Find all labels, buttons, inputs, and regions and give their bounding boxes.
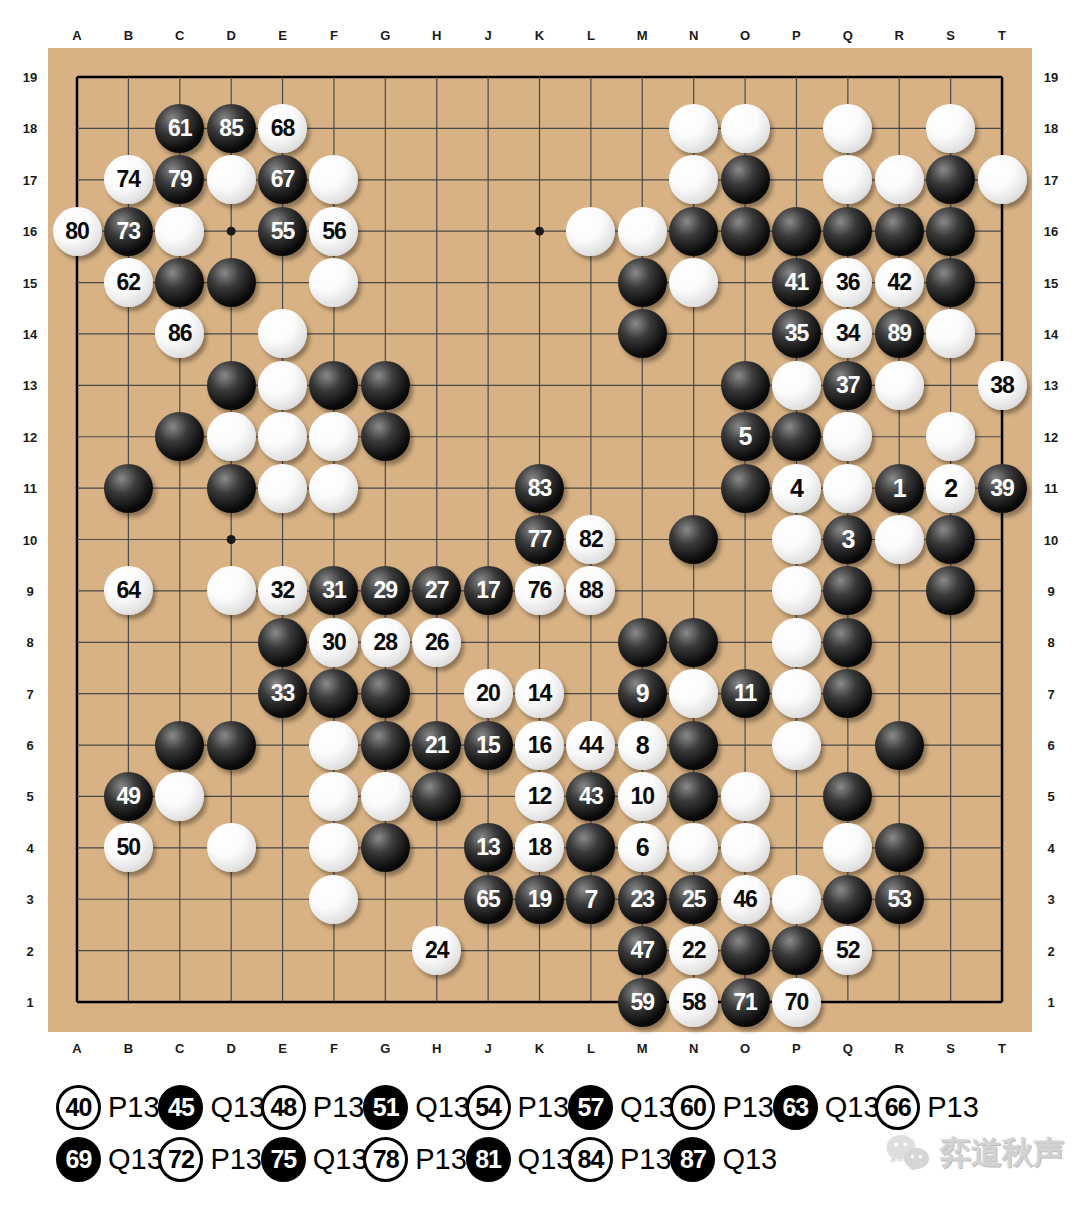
stone-G6-black (361, 721, 410, 770)
col-label-top-S: S (946, 28, 955, 43)
stone-Q8-black (823, 618, 872, 667)
stone-D12-white (207, 412, 256, 461)
col-label-bottom-E: E (278, 1041, 287, 1056)
move-number: 58 (682, 991, 706, 1014)
stone-T13-white-38: 38 (978, 361, 1027, 410)
col-label-bottom-H: H (432, 1041, 441, 1056)
row-label-right-7: 7 (1047, 686, 1054, 701)
move-number: 31 (322, 579, 346, 602)
stone-J6-black-15: 15 (464, 721, 513, 770)
row-label-right-14: 14 (1044, 326, 1058, 341)
stone-P2-black (772, 926, 821, 975)
stone-P10-white (772, 515, 821, 564)
stone-O12-black-5: 5 (721, 412, 770, 461)
col-label-bottom-R: R (895, 1041, 904, 1056)
caption-at-60: P13 (722, 1091, 774, 1124)
move-number: 13 (476, 836, 500, 859)
stone-M14-black (618, 309, 667, 358)
row-label-right-10: 10 (1044, 532, 1058, 547)
stone-F13-black (309, 361, 358, 410)
stone-O5-white (721, 772, 770, 821)
stone-D15-black (207, 258, 256, 307)
stone-N16-black (669, 207, 718, 256)
move-number: 33 (271, 682, 295, 705)
stone-N18-white (669, 104, 718, 153)
stone-A16-white-80: 80 (53, 207, 102, 256)
caption-stone-45-black: 45 (158, 1085, 203, 1130)
stone-O17-black (721, 155, 770, 204)
move-number: 83 (528, 477, 552, 500)
stone-O2-black (721, 926, 770, 975)
stone-O16-black (721, 207, 770, 256)
row-label-right-13: 13 (1044, 378, 1058, 393)
caption-stone-84-white: 84 (568, 1137, 613, 1182)
stone-B16-black-73: 73 (104, 207, 153, 256)
caption-at-84: P13 (620, 1143, 672, 1176)
stone-C18-black-61: 61 (155, 104, 204, 153)
stone-H6-black-21: 21 (412, 721, 461, 770)
caption-at-54: P13 (518, 1091, 570, 1124)
move-number: 67 (271, 168, 295, 191)
stone-N7-white (669, 669, 718, 718)
row-label-left-14: 14 (23, 326, 37, 341)
move-number: 88 (579, 579, 603, 602)
stone-M1-black-59: 59 (618, 978, 667, 1027)
stone-S18-white (926, 104, 975, 153)
stone-B4-white-50: 50 (104, 823, 153, 872)
stone-D18-black-85: 85 (207, 104, 256, 153)
row-label-right-3: 3 (1047, 892, 1054, 907)
caption-at-81: Q13 (518, 1143, 573, 1176)
col-label-top-C: C (175, 28, 184, 43)
stone-F16-white-56: 56 (309, 207, 358, 256)
caption-stone-54-white: 54 (466, 1085, 511, 1130)
stone-C6-black (155, 721, 204, 770)
move-number: 39 (990, 477, 1014, 500)
row-label-left-16: 16 (23, 224, 37, 239)
move-number: 22 (682, 939, 706, 962)
row-label-right-1: 1 (1047, 995, 1054, 1010)
row-label-right-19: 19 (1044, 70, 1058, 85)
row-label-left-7: 7 (26, 686, 33, 701)
star-point-D10 (227, 535, 236, 544)
stone-S12-white (926, 412, 975, 461)
col-label-top-H: H (432, 28, 441, 43)
row-label-left-11: 11 (23, 481, 37, 496)
caption-at-48: P13 (313, 1091, 365, 1124)
stone-E13-white (258, 361, 307, 410)
stone-K11-black-83: 83 (515, 464, 564, 513)
stone-E17-black-67: 67 (258, 155, 307, 204)
row-label-left-10: 10 (23, 532, 37, 547)
caption-stone-60-white: 60 (670, 1085, 715, 1130)
stone-N5-black (669, 772, 718, 821)
row-label-right-6: 6 (1047, 738, 1054, 753)
row-label-left-13: 13 (23, 378, 37, 393)
move-number: 30 (322, 631, 346, 654)
row-label-right-18: 18 (1044, 121, 1058, 136)
stone-E11-white (258, 464, 307, 513)
caption-entry-60: 60P13 (670, 1084, 774, 1130)
caption-entry-66: 66P13 (875, 1084, 979, 1130)
stone-P1-white-70: 70 (772, 978, 821, 1027)
stone-O18-white (721, 104, 770, 153)
stone-O4-white (721, 823, 770, 872)
caption-stone-72-white: 72 (158, 1137, 203, 1182)
caption-stone-66-white: 66 (875, 1085, 920, 1130)
stone-L16-white (566, 207, 615, 256)
col-label-bottom-K: K (535, 1041, 544, 1056)
caption-at-57: Q13 (620, 1091, 675, 1124)
stone-G4-black (361, 823, 410, 872)
stone-P16-black (772, 207, 821, 256)
col-label-bottom-L: L (587, 1041, 595, 1056)
caption-entry-81: 81Q13 (466, 1136, 573, 1182)
row-label-right-16: 16 (1044, 224, 1058, 239)
col-label-top-K: K (535, 28, 544, 43)
col-label-top-J: J (484, 28, 491, 43)
move-number: 70 (785, 991, 809, 1014)
stone-M5-white-10: 10 (618, 772, 667, 821)
col-label-top-F: F (330, 28, 338, 43)
caption-entry-51: 51Q13 (363, 1084, 470, 1130)
move-number: 2 (944, 476, 957, 501)
caption-stone-48-white: 48 (261, 1085, 306, 1130)
stone-D6-black (207, 721, 256, 770)
move-number: 50 (117, 836, 141, 859)
col-label-bottom-N: N (689, 1041, 698, 1056)
caption-entry-57: 57Q13 (568, 1084, 675, 1130)
move-number: 47 (630, 939, 654, 962)
row-label-left-3: 3 (26, 892, 33, 907)
stone-Q13-black-37: 37 (823, 361, 872, 410)
row-label-right-11: 11 (1044, 481, 1058, 496)
row-label-left-1: 1 (26, 995, 33, 1010)
stone-R3-black-53: 53 (875, 875, 924, 924)
move-number: 23 (630, 888, 654, 911)
stone-Q10-black-3: 3 (823, 515, 872, 564)
move-number: 41 (785, 271, 809, 294)
move-number: 26 (425, 631, 449, 654)
caption-entry-87: 87Q13 (670, 1136, 777, 1182)
stone-J3-black-65: 65 (464, 875, 513, 924)
move-number: 15 (476, 734, 500, 757)
stone-J9-black-17: 17 (464, 566, 513, 615)
stone-B11-black (104, 464, 153, 513)
stone-O1-black-71: 71 (721, 978, 770, 1027)
move-number: 4 (790, 476, 803, 501)
stone-M6-white-8: 8 (618, 721, 667, 770)
stone-G12-black (361, 412, 410, 461)
stone-R14-black-89: 89 (875, 309, 924, 358)
stone-H2-white-24: 24 (412, 926, 461, 975)
move-number: 34 (836, 322, 860, 345)
stone-S11-white-2: 2 (926, 464, 975, 513)
stone-G13-black (361, 361, 410, 410)
stone-R4-black (875, 823, 924, 872)
stone-G9-black-29: 29 (361, 566, 410, 615)
caption-at-75: Q13 (313, 1143, 368, 1176)
caption-at-72: P13 (210, 1143, 262, 1176)
stone-O11-black (721, 464, 770, 513)
row-label-left-2: 2 (26, 943, 33, 958)
move-number: 24 (425, 939, 449, 962)
move-number: 53 (887, 888, 911, 911)
move-number: 12 (528, 785, 552, 808)
caption-entry-40: 40P13 (56, 1084, 160, 1130)
move-number: 42 (887, 271, 911, 294)
move-number: 49 (117, 785, 141, 808)
stone-R10-white (875, 515, 924, 564)
stone-P15-black-41: 41 (772, 258, 821, 307)
stone-M3-black-23: 23 (618, 875, 667, 924)
caption-entry-75: 75Q13 (261, 1136, 368, 1182)
move-number: 61 (168, 117, 192, 140)
caption-at-40: P13 (108, 1091, 160, 1124)
stone-K7-white-14: 14 (515, 669, 564, 718)
stone-D4-white (207, 823, 256, 872)
caption-stone-40-white: 40 (56, 1085, 101, 1130)
row-label-left-15: 15 (23, 275, 37, 290)
col-label-top-N: N (689, 28, 698, 43)
move-number: 28 (374, 631, 398, 654)
move-number: 8 (636, 733, 649, 758)
caption-entry-54: 54P13 (466, 1084, 570, 1130)
move-number: 17 (476, 579, 500, 602)
stone-C5-white (155, 772, 204, 821)
col-label-bottom-M: M (637, 1041, 648, 1056)
move-number: 79 (168, 168, 192, 191)
col-label-top-A: A (72, 28, 81, 43)
col-label-bottom-S: S (946, 1041, 955, 1056)
stone-T17-white (978, 155, 1027, 204)
stone-N3-black-25: 25 (669, 875, 718, 924)
col-label-bottom-D: D (226, 1041, 235, 1056)
caption-stone-57-black: 57 (568, 1085, 613, 1130)
star-point-D16 (227, 227, 236, 236)
move-number: 77 (528, 528, 552, 551)
stone-F6-white (309, 721, 358, 770)
stone-H5-black (412, 772, 461, 821)
stone-R17-white (875, 155, 924, 204)
stone-K6-white-16: 16 (515, 721, 564, 770)
col-label-top-E: E (278, 28, 287, 43)
move-number: 29 (374, 579, 398, 602)
row-label-right-2: 2 (1047, 943, 1054, 958)
caption-entry-45: 45Q13 (158, 1084, 265, 1130)
stone-S10-black (926, 515, 975, 564)
col-label-bottom-Q: Q (843, 1041, 853, 1056)
caption-at-69: Q13 (108, 1143, 163, 1176)
stone-J7-white-20: 20 (464, 669, 513, 718)
col-label-top-P: P (792, 28, 801, 43)
stone-P8-white (772, 618, 821, 667)
row-label-left-19: 19 (23, 70, 37, 85)
watermark: 弈道秋声 (884, 1132, 1064, 1174)
row-label-left-6: 6 (26, 738, 33, 753)
caption-stone-78-white: 78 (363, 1137, 408, 1182)
row-label-left-12: 12 (23, 429, 37, 444)
col-label-bottom-T: T (998, 1041, 1006, 1056)
stone-P12-black (772, 412, 821, 461)
col-label-bottom-A: A (72, 1041, 81, 1056)
row-label-left-4: 4 (26, 840, 33, 855)
stone-R16-black (875, 207, 924, 256)
col-label-top-Q: Q (843, 28, 853, 43)
caption-at-78: P13 (415, 1143, 467, 1176)
stone-P9-white (772, 566, 821, 615)
stone-C15-black (155, 258, 204, 307)
stone-R6-black (875, 721, 924, 770)
move-number: 20 (476, 682, 500, 705)
stone-F8-white-30: 30 (309, 618, 358, 667)
row-label-right-17: 17 (1044, 172, 1058, 187)
move-number: 1 (893, 476, 906, 501)
stone-N6-black (669, 721, 718, 770)
move-number: 3 (841, 527, 854, 552)
row-label-left-9: 9 (26, 583, 33, 598)
move-number: 9 (636, 681, 649, 706)
move-number: 64 (117, 579, 141, 602)
stone-P11-white-4: 4 (772, 464, 821, 513)
stone-E18-white-68: 68 (258, 104, 307, 153)
stone-S15-black (926, 258, 975, 307)
move-number: 27 (425, 579, 449, 602)
move-number: 25 (682, 888, 706, 911)
move-number: 85 (219, 117, 243, 140)
go-diagram-page: { "game": "go", "diagram_title": "Go gam… (0, 0, 1080, 1207)
move-number: 36 (836, 271, 860, 294)
stone-S16-black (926, 207, 975, 256)
caption-entry-78: 78P13 (363, 1136, 467, 1182)
move-number: 7 (584, 887, 597, 912)
stone-L6-white-44: 44 (566, 721, 615, 770)
move-number: 38 (990, 374, 1014, 397)
stone-Q11-white (823, 464, 872, 513)
move-number: 6 (636, 835, 649, 860)
move-number: 37 (836, 374, 860, 397)
move-number: 44 (579, 734, 603, 757)
move-number: 43 (579, 785, 603, 808)
stone-N8-black (669, 618, 718, 667)
stone-L5-black-43: 43 (566, 772, 615, 821)
col-label-top-B: B (124, 28, 133, 43)
caption-stone-69-black: 69 (56, 1137, 101, 1182)
caption-at-66: P13 (927, 1091, 979, 1124)
stone-E7-black-33: 33 (258, 669, 307, 718)
move-number: 18 (528, 836, 552, 859)
move-number: 10 (630, 785, 654, 808)
stone-B9-white-64: 64 (104, 566, 153, 615)
col-label-bottom-P: P (792, 1041, 801, 1056)
caption-stone-87-black: 87 (670, 1137, 715, 1182)
stone-M8-black (618, 618, 667, 667)
col-label-bottom-B: B (124, 1041, 133, 1056)
stone-Q16-black (823, 207, 872, 256)
caption-stone-81-black: 81 (466, 1137, 511, 1182)
row-label-right-8: 8 (1047, 635, 1054, 650)
col-label-top-R: R (895, 28, 904, 43)
stone-P7-white (772, 669, 821, 718)
move-number: 46 (733, 888, 757, 911)
move-number: 14 (528, 682, 552, 705)
col-label-bottom-J: J (484, 1041, 491, 1056)
stone-G7-black (361, 669, 410, 718)
col-label-top-D: D (226, 28, 235, 43)
stone-R11-black-1: 1 (875, 464, 924, 513)
move-number: 76 (528, 579, 552, 602)
stone-G5-white (361, 772, 410, 821)
caption-entry-48: 48P13 (261, 1084, 365, 1130)
caption-at-51: Q13 (415, 1091, 470, 1124)
caption-entry-63: 63Q13 (773, 1084, 880, 1130)
stone-M7-black-9: 9 (618, 669, 667, 718)
caption-entry-84: 84P13 (568, 1136, 672, 1182)
move-number: 16 (528, 734, 552, 757)
stone-N2-white-22: 22 (669, 926, 718, 975)
stone-F3-white (309, 875, 358, 924)
col-label-top-O: O (740, 28, 750, 43)
stone-N15-white (669, 258, 718, 307)
stone-D17-white (207, 155, 256, 204)
row-label-right-15: 15 (1044, 275, 1058, 290)
move-number: 5 (739, 424, 752, 449)
stone-N10-black (669, 515, 718, 564)
stone-D13-black (207, 361, 256, 410)
move-number: 73 (117, 220, 141, 243)
stone-D9-white (207, 566, 256, 615)
stone-B5-black-49: 49 (104, 772, 153, 821)
stone-G8-white-28: 28 (361, 618, 410, 667)
col-label-bottom-C: C (175, 1041, 184, 1056)
caption-at-63: Q13 (825, 1091, 880, 1124)
stone-O3-white-46: 46 (721, 875, 770, 924)
caption-entry-72: 72P13 (158, 1136, 262, 1182)
stone-T11-black-39: 39 (978, 464, 1027, 513)
stone-H8-white-26: 26 (412, 618, 461, 667)
stone-P13-white (772, 361, 821, 410)
move-number: 56 (322, 220, 346, 243)
row-label-right-5: 5 (1047, 789, 1054, 804)
stone-E8-black (258, 618, 307, 667)
row-label-right-4: 4 (1047, 840, 1054, 855)
move-number: 65 (476, 888, 500, 911)
stone-D11-black (207, 464, 256, 513)
col-label-bottom-F: F (330, 1041, 338, 1056)
move-number: 11 (734, 682, 756, 705)
stone-J4-black-13: 13 (464, 823, 513, 872)
stone-F11-white (309, 464, 358, 513)
stone-M2-black-47: 47 (618, 926, 667, 975)
move-number: 55 (271, 220, 295, 243)
move-number: 32 (271, 579, 295, 602)
stone-P6-white (772, 721, 821, 770)
star-point-K16 (535, 227, 544, 236)
stone-O7-black-11: 11 (721, 669, 770, 718)
stone-K5-white-12: 12 (515, 772, 564, 821)
move-number: 35 (785, 322, 809, 345)
stone-P3-white (772, 875, 821, 924)
stone-O13-black (721, 361, 770, 410)
move-number: 21 (425, 734, 449, 757)
stone-K4-white-18: 18 (515, 823, 564, 872)
move-number: 19 (528, 888, 552, 911)
col-label-top-T: T (998, 28, 1006, 43)
move-number: 82 (579, 528, 603, 551)
caption-entry-69: 69Q13 (56, 1136, 163, 1182)
col-label-top-M: M (637, 28, 648, 43)
row-label-right-12: 12 (1044, 429, 1058, 444)
